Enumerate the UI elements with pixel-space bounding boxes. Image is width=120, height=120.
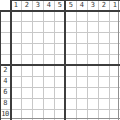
cell-r6c8[interactable] <box>87 65 98 76</box>
cell-r4c6[interactable] <box>65 43 76 54</box>
cell-r2c8[interactable] <box>87 21 98 32</box>
gridline-v1 <box>21 0 22 120</box>
cell-r4c4[interactable] <box>43 43 54 54</box>
header-divider-horizontal <box>0 10 120 12</box>
cell-r7c4[interactable] <box>43 76 54 87</box>
cell-r9c6[interactable] <box>65 98 76 109</box>
row-clue-7: 4 <box>0 76 10 87</box>
cell-r9c3[interactable] <box>32 98 43 109</box>
board-edge-bottom <box>0 118 120 119</box>
cell-r2c3[interactable] <box>32 21 43 32</box>
col-clue-7: 4 <box>76 0 87 10</box>
gridline-h8 <box>0 98 120 99</box>
cell-r9c2[interactable] <box>21 98 32 109</box>
cell-r3c9[interactable] <box>98 32 109 43</box>
gridline-v7 <box>87 0 88 120</box>
cell-r6c2[interactable] <box>21 65 32 76</box>
col-clue-4: 4 <box>43 0 54 10</box>
cell-r8c9[interactable] <box>98 87 109 98</box>
cell-r4c2[interactable] <box>21 43 32 54</box>
col-clue-2: 2 <box>21 0 32 10</box>
nonogram-board: 1 2 3 4 5 5 4 3 2 1 2 4 6 8 10 <box>0 0 120 120</box>
cell-r7c3[interactable] <box>32 76 43 87</box>
cell-r4c3[interactable] <box>32 43 43 54</box>
cell-r3c8[interactable] <box>87 32 98 43</box>
row-clue-3 <box>0 32 10 43</box>
row-clue-2 <box>0 21 10 32</box>
cell-r9c7[interactable] <box>76 98 87 109</box>
board-edge-left <box>0 10 1 120</box>
board-edge-top <box>10 0 120 1</box>
col-clue-9: 2 <box>98 0 109 10</box>
gridline-h3 <box>0 43 120 44</box>
cell-r3c3[interactable] <box>32 32 43 43</box>
center-divider-vertical <box>64 0 66 120</box>
cell-r8c6[interactable] <box>65 87 76 98</box>
cell-r6c9[interactable] <box>98 65 109 76</box>
gridline-v4 <box>54 0 55 120</box>
cell-r7c9[interactable] <box>98 76 109 87</box>
cell-r2c4[interactable] <box>43 21 54 32</box>
cell-r6c4[interactable] <box>43 65 54 76</box>
gridline-v9 <box>109 0 110 120</box>
gridline-v2 <box>32 0 33 120</box>
gridline-h1 <box>0 21 120 22</box>
row-clue-6: 2 <box>0 65 10 76</box>
center-divider-horizontal <box>0 64 120 66</box>
cell-r2c6[interactable] <box>65 21 76 32</box>
gridline-v8 <box>98 0 99 120</box>
row-clue-8: 6 <box>0 87 10 98</box>
board-edge-right <box>118 0 119 120</box>
cell-r4c8[interactable] <box>87 43 98 54</box>
col-clue-8: 3 <box>87 0 98 10</box>
cell-r7c6[interactable] <box>65 76 76 87</box>
cell-r7c2[interactable] <box>21 76 32 87</box>
gridline-h4 <box>0 54 120 55</box>
cell-r7c8[interactable] <box>87 76 98 87</box>
gridline-v3 <box>43 0 44 120</box>
cell-r4c9[interactable] <box>98 43 109 54</box>
gridline-h2 <box>0 32 120 33</box>
row-clue-4 <box>0 43 10 54</box>
cell-r9c4[interactable] <box>43 98 54 109</box>
cell-r3c2[interactable] <box>21 32 32 43</box>
cell-r9c8[interactable] <box>87 98 98 109</box>
cell-r8c2[interactable] <box>21 87 32 98</box>
col-clue-6: 5 <box>65 0 76 10</box>
row-clue-9: 8 <box>0 98 10 109</box>
cell-r2c9[interactable] <box>98 21 109 32</box>
corner-cell <box>0 0 10 10</box>
cell-r8c3[interactable] <box>32 87 43 98</box>
gridline-h7 <box>0 87 120 88</box>
header-divider-vertical <box>10 0 12 120</box>
cell-r3c6[interactable] <box>65 32 76 43</box>
cell-r3c4[interactable] <box>43 32 54 43</box>
cell-r8c7[interactable] <box>76 87 87 98</box>
cell-r8c4[interactable] <box>43 87 54 98</box>
gridline-h6 <box>0 76 120 77</box>
gridline-v6 <box>76 0 77 120</box>
cell-r2c2[interactable] <box>21 21 32 32</box>
cell-r6c6[interactable] <box>65 65 76 76</box>
col-clue-3: 3 <box>32 0 43 10</box>
cell-r7c7[interactable] <box>76 76 87 87</box>
cell-r3c7[interactable] <box>76 32 87 43</box>
cell-r8c8[interactable] <box>87 87 98 98</box>
cell-r6c7[interactable] <box>76 65 87 76</box>
cell-r4c7[interactable] <box>76 43 87 54</box>
cell-r6c3[interactable] <box>32 65 43 76</box>
cell-r2c7[interactable] <box>76 21 87 32</box>
cell-r9c9[interactable] <box>98 98 109 109</box>
gridline-h9 <box>0 109 120 110</box>
